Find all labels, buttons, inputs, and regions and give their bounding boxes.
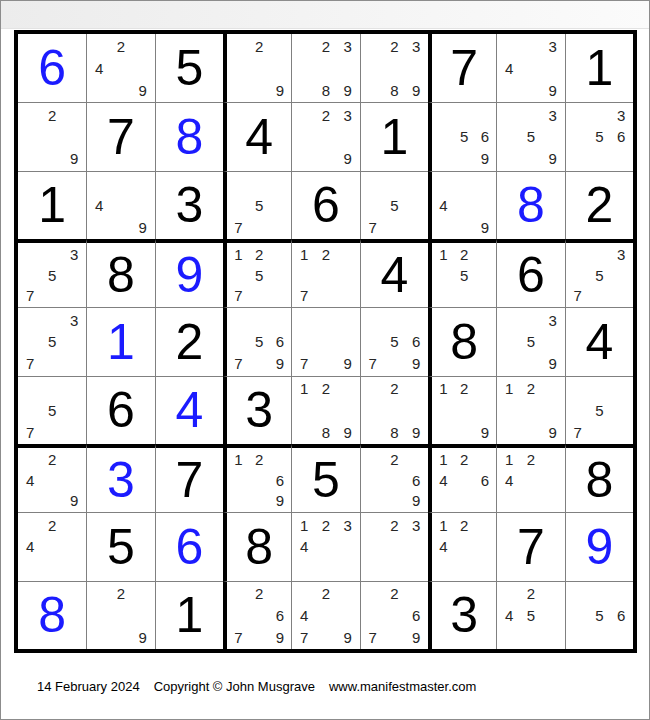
empty-candidate-slot <box>132 194 154 216</box>
empty-candidate-slot <box>498 148 520 170</box>
cell-r6c2[interactable]: 6 <box>86 376 154 444</box>
cell-r8c5[interactable]: 1234 <box>291 512 359 580</box>
empty-candidate-slot <box>567 126 589 148</box>
empty-candidate-slot <box>383 536 405 558</box>
cell-r8c6[interactable]: 23 <box>360 512 428 580</box>
empty-candidate-slot <box>41 491 63 512</box>
empty-candidate-slot <box>405 194 427 216</box>
empty-candidate-slot <box>41 126 63 148</box>
cell-r7c6[interactable]: 269 <box>360 444 428 512</box>
empty-candidate-slot <box>110 604 132 626</box>
cell-r7c3[interactable]: 7 <box>155 444 223 512</box>
candidate-digit: 2 <box>249 583 270 605</box>
cell-r3c7[interactable]: 49 <box>428 171 496 239</box>
empty-candidate-slot <box>228 194 249 216</box>
empty-candidate-slot <box>498 309 520 331</box>
cell-r4c3[interactable]: 9 <box>155 239 223 307</box>
cell-r2c6[interactable]: 1 <box>360 102 428 170</box>
given-digit: 1 <box>380 112 408 162</box>
cell-r3c1[interactable]: 1 <box>18 171 86 239</box>
empty-candidate-slot <box>542 331 564 353</box>
cell-r6c5[interactable]: 1289 <box>291 376 359 444</box>
candidate-digit: 1 <box>293 378 315 400</box>
candidate-digit: 9 <box>270 626 291 648</box>
empty-candidate-slot <box>315 286 337 307</box>
empty-candidate-slot <box>542 378 564 400</box>
candidate-digit: 9 <box>270 491 291 512</box>
empty-candidate-slot <box>520 35 542 57</box>
cell-r4c2[interactable]: 8 <box>86 239 154 307</box>
candidate-digit: 9 <box>270 79 291 101</box>
given-digit: 1 <box>585 43 613 93</box>
candidate-grid: 56 <box>567 583 632 648</box>
candidate-digit: 7 <box>228 286 249 307</box>
cell-r9c6[interactable]: 2679 <box>360 581 428 649</box>
candidate-digit: 9 <box>337 148 359 170</box>
candidate-digit: 2 <box>315 104 337 126</box>
empty-candidate-slot <box>542 57 564 79</box>
candidate-digit: 4 <box>19 470 41 491</box>
empty-candidate-slot <box>228 79 249 101</box>
empty-candidate-slot <box>315 604 337 626</box>
cell-r7c7[interactable]: 1246 <box>428 444 496 512</box>
empty-candidate-slot <box>383 626 405 648</box>
empty-candidate-slot <box>63 536 85 558</box>
empty-candidate-slot <box>498 626 520 648</box>
cell-r9c8[interactable]: 245 <box>496 581 564 649</box>
empty-candidate-slot <box>362 558 384 580</box>
cell-r4c1[interactable]: 357 <box>18 239 86 307</box>
empty-candidate-slot <box>454 491 475 512</box>
cell-r7c2[interactable]: 3 <box>86 444 154 512</box>
candidate-digit: 7 <box>293 626 315 648</box>
candidate-digit: 9 <box>542 353 564 375</box>
candidate-digit: 2 <box>520 378 542 400</box>
empty-candidate-slot <box>405 216 427 238</box>
candidate-digit: 5 <box>41 265 63 286</box>
candidate-digit: 5 <box>249 331 270 353</box>
candidate-digit: 2 <box>383 449 405 470</box>
cell-r8c8[interactable]: 7 <box>496 512 564 580</box>
cell-r1c3[interactable]: 5 <box>155 34 223 102</box>
empty-candidate-slot <box>433 148 454 170</box>
candidate-grid: 2389 <box>293 35 358 101</box>
empty-candidate-slot <box>19 399 41 421</box>
candidate-digit: 7 <box>362 626 384 648</box>
cell-r2c3[interactable]: 8 <box>155 102 223 170</box>
cell-r1c2[interactable]: 249 <box>86 34 154 102</box>
empty-candidate-slot <box>475 265 496 286</box>
cell-r5c4[interactable]: 5679 <box>223 307 291 375</box>
empty-candidate-slot <box>542 626 564 648</box>
cell-r2c9[interactable]: 356 <box>565 102 633 170</box>
empty-candidate-slot <box>405 57 427 79</box>
cell-r8c1[interactable]: 24 <box>18 512 86 580</box>
candidate-digit: 2 <box>383 514 405 536</box>
cell-r5c6[interactable]: 5679 <box>360 307 428 375</box>
empty-candidate-slot <box>567 104 589 126</box>
empty-candidate-slot <box>383 558 405 580</box>
footer-date: 14 February 2024 <box>37 679 140 694</box>
empty-candidate-slot <box>475 194 496 216</box>
empty-candidate-slot <box>293 35 315 57</box>
empty-candidate-slot <box>405 558 427 580</box>
empty-candidate-slot <box>249 57 270 79</box>
empty-candidate-slot <box>588 104 610 126</box>
cell-r6c6[interactable]: 289 <box>360 376 428 444</box>
candidate-grid: 2679 <box>228 583 290 648</box>
cell-r3c8[interactable]: 8 <box>496 171 564 239</box>
given-digit: 8 <box>585 455 613 505</box>
candidate-grid: 57 <box>362 173 427 238</box>
empty-candidate-slot <box>433 216 454 238</box>
candidate-digit: 9 <box>475 421 496 443</box>
cell-r4c8[interactable]: 6 <box>496 239 564 307</box>
empty-candidate-slot <box>498 491 520 512</box>
cell-r2c8[interactable]: 359 <box>496 102 564 170</box>
solved-digit: 3 <box>107 455 135 505</box>
cell-r1c1[interactable]: 6 <box>18 34 86 102</box>
cell-r3c9[interactable]: 2 <box>565 171 633 239</box>
candidate-digit: 4 <box>433 536 454 558</box>
candidate-digit: 7 <box>293 286 315 307</box>
candidate-digit: 1 <box>293 244 315 265</box>
candidate-digit: 2 <box>315 378 337 400</box>
empty-candidate-slot <box>270 216 291 238</box>
empty-candidate-slot <box>132 604 154 626</box>
candidate-grid: 1289 <box>293 378 358 443</box>
empty-candidate-slot <box>88 216 110 238</box>
empty-candidate-slot <box>362 470 384 491</box>
empty-candidate-slot <box>433 399 454 421</box>
candidate-digit: 8 <box>383 421 405 443</box>
candidate-digit: 5 <box>383 331 405 353</box>
empty-candidate-slot <box>337 309 359 331</box>
empty-candidate-slot <box>610 421 632 443</box>
cell-r8c4[interactable]: 8 <box>223 512 291 580</box>
cell-r5c3[interactable]: 2 <box>155 307 223 375</box>
cell-r9c5[interactable]: 2479 <box>291 581 359 649</box>
empty-candidate-slot <box>249 626 270 648</box>
candidate-digit: 9 <box>405 353 427 375</box>
cell-r3c6[interactable]: 57 <box>360 171 428 239</box>
empty-candidate-slot <box>63 558 85 580</box>
empty-candidate-slot <box>520 399 542 421</box>
empty-candidate-slot <box>520 353 542 375</box>
empty-candidate-slot <box>362 194 384 216</box>
empty-candidate-slot <box>337 286 359 307</box>
empty-candidate-slot <box>293 104 315 126</box>
candidate-grid: 1269 <box>228 449 290 511</box>
empty-candidate-slot <box>498 353 520 375</box>
candidate-grid: 29 <box>19 104 85 169</box>
candidate-digit: 3 <box>337 35 359 57</box>
candidate-grid: 23 <box>362 514 427 579</box>
empty-candidate-slot <box>249 79 270 101</box>
cell-r1c4[interactable]: 29 <box>223 34 291 102</box>
cell-r4c5[interactable]: 127 <box>291 239 359 307</box>
candidate-digit: 5 <box>520 126 542 148</box>
candidate-digit: 9 <box>475 148 496 170</box>
empty-candidate-slot <box>567 399 589 421</box>
empty-candidate-slot <box>63 353 85 375</box>
cell-r4c6[interactable]: 4 <box>360 239 428 307</box>
cell-r7c1[interactable]: 249 <box>18 444 86 512</box>
given-digit: 6 <box>107 385 135 435</box>
candidate-digit: 2 <box>315 514 337 536</box>
empty-candidate-slot <box>542 491 564 512</box>
cell-r8c7[interactable]: 124 <box>428 512 496 580</box>
candidate-grid: 125 <box>433 244 495 306</box>
cell-r1c5[interactable]: 2389 <box>291 34 359 102</box>
cell-r6c1[interactable]: 57 <box>18 376 86 444</box>
empty-candidate-slot <box>110 173 132 195</box>
cell-r5c1[interactable]: 357 <box>18 307 86 375</box>
empty-candidate-slot <box>362 421 384 443</box>
empty-candidate-slot <box>362 491 384 512</box>
cell-r2c5[interactable]: 239 <box>291 102 359 170</box>
candidate-digit: 3 <box>405 35 427 57</box>
candidate-digit: 4 <box>88 57 110 79</box>
empty-candidate-slot <box>88 79 110 101</box>
empty-candidate-slot <box>41 309 63 331</box>
candidate-digit: 1 <box>433 244 454 265</box>
candidate-grid: 249 <box>19 449 85 511</box>
cell-r4c4[interactable]: 1257 <box>223 239 291 307</box>
empty-candidate-slot <box>315 626 337 648</box>
given-digit: 3 <box>450 590 478 640</box>
empty-candidate-slot <box>588 244 610 265</box>
candidate-digit: 9 <box>63 491 85 512</box>
empty-candidate-slot <box>41 378 63 400</box>
cell-r5c2[interactable]: 1 <box>86 307 154 375</box>
candidate-grid: 1257 <box>228 244 290 306</box>
candidate-digit: 2 <box>315 244 337 265</box>
empty-candidate-slot <box>454 216 475 238</box>
empty-candidate-slot <box>433 491 454 512</box>
empty-candidate-slot <box>405 378 427 400</box>
candidate-digit: 6 <box>475 470 496 491</box>
cell-r7c5[interactable]: 5 <box>291 444 359 512</box>
cell-r8c2[interactable]: 5 <box>86 512 154 580</box>
empty-candidate-slot <box>362 449 384 470</box>
empty-candidate-slot <box>567 244 589 265</box>
empty-candidate-slot <box>315 126 337 148</box>
candidate-digit: 2 <box>41 514 63 536</box>
cell-r3c4[interactable]: 57 <box>223 171 291 239</box>
empty-candidate-slot <box>588 148 610 170</box>
empty-candidate-slot <box>383 353 405 375</box>
candidate-digit: 2 <box>249 244 270 265</box>
empty-candidate-slot <box>542 583 564 605</box>
cell-r6c4[interactable]: 3 <box>223 376 291 444</box>
empty-candidate-slot <box>588 583 610 605</box>
cell-r4c7[interactable]: 125 <box>428 239 496 307</box>
empty-candidate-slot <box>88 583 110 605</box>
cell-r8c9[interactable]: 9 <box>565 512 633 580</box>
candidate-digit: 9 <box>337 421 359 443</box>
cell-r4c9[interactable]: 357 <box>565 239 633 307</box>
cell-r7c9[interactable]: 8 <box>565 444 633 512</box>
empty-candidate-slot <box>362 399 384 421</box>
cell-r3c2[interactable]: 49 <box>86 171 154 239</box>
candidate-digit: 9 <box>405 421 427 443</box>
empty-candidate-slot <box>249 286 270 307</box>
empty-candidate-slot <box>270 583 291 605</box>
given-digit: 7 <box>450 43 478 93</box>
candidate-digit: 4 <box>498 604 520 626</box>
cell-r9c4[interactable]: 2679 <box>223 581 291 649</box>
candidate-digit: 7 <box>19 286 41 307</box>
cell-r7c8[interactable]: 124 <box>496 444 564 512</box>
empty-candidate-slot <box>475 536 496 558</box>
empty-candidate-slot <box>383 470 405 491</box>
empty-candidate-slot <box>520 421 542 443</box>
candidate-digit: 6 <box>270 331 291 353</box>
given-digit: 7 <box>175 455 203 505</box>
cell-r9c3[interactable]: 1 <box>155 581 223 649</box>
empty-candidate-slot <box>41 353 63 375</box>
given-digit: 6 <box>312 180 340 230</box>
empty-candidate-slot <box>610 399 632 421</box>
empty-candidate-slot <box>293 126 315 148</box>
solved-digit: 6 <box>38 43 66 93</box>
candidate-digit: 6 <box>610 604 632 626</box>
candidate-digit: 9 <box>132 79 154 101</box>
empty-candidate-slot <box>362 35 384 57</box>
solved-digit: 8 <box>175 112 203 162</box>
empty-candidate-slot <box>337 583 359 605</box>
empty-candidate-slot <box>362 331 384 353</box>
candidate-grid: 2479 <box>293 583 358 648</box>
candidate-digit: 1 <box>498 378 520 400</box>
cell-r1c7[interactable]: 7 <box>428 34 496 102</box>
empty-candidate-slot <box>63 265 85 286</box>
empty-candidate-slot <box>542 604 564 626</box>
cell-r3c5[interactable]: 6 <box>291 171 359 239</box>
candidate-grid: 129 <box>498 378 563 443</box>
empty-candidate-slot <box>110 57 132 79</box>
empty-candidate-slot <box>228 57 249 79</box>
candidate-digit: 9 <box>542 148 564 170</box>
cell-r6c9[interactable]: 57 <box>565 376 633 444</box>
cell-r3c3[interactable]: 3 <box>155 171 223 239</box>
cell-r1c6[interactable]: 2389 <box>360 34 428 102</box>
candidate-grid: 79 <box>293 309 358 374</box>
candidate-digit: 4 <box>293 604 315 626</box>
empty-candidate-slot <box>383 57 405 79</box>
given-digit: 7 <box>517 522 545 572</box>
cell-r1c8[interactable]: 349 <box>496 34 564 102</box>
empty-candidate-slot <box>337 558 359 580</box>
empty-candidate-slot <box>293 421 315 443</box>
sudoku-board[interactable]: 6249529238923897349129784239156935935614… <box>14 30 637 653</box>
footer-copyright: Copyright © John Musgrave <box>154 679 315 694</box>
candidate-digit: 2 <box>454 244 475 265</box>
cell-r5c5[interactable]: 79 <box>291 307 359 375</box>
empty-candidate-slot <box>610 148 632 170</box>
empty-candidate-slot <box>337 126 359 148</box>
cell-r6c8[interactable]: 129 <box>496 376 564 444</box>
empty-candidate-slot <box>520 626 542 648</box>
candidate-digit: 7 <box>293 353 315 375</box>
cell-r2c4[interactable]: 4 <box>223 102 291 170</box>
empty-candidate-slot <box>383 216 405 238</box>
candidate-grid: 239 <box>293 104 358 169</box>
candidate-digit: 9 <box>542 421 564 443</box>
cell-r6c3[interactable]: 4 <box>155 376 223 444</box>
empty-candidate-slot <box>454 536 475 558</box>
empty-candidate-slot <box>454 104 475 126</box>
candidate-grid: 569 <box>433 104 495 169</box>
cell-r5c9[interactable]: 4 <box>565 307 633 375</box>
given-digit: 8 <box>107 250 135 300</box>
candidate-grid: 124 <box>433 514 495 579</box>
candidate-digit: 5 <box>454 126 475 148</box>
candidate-grid: 359 <box>498 309 563 374</box>
empty-candidate-slot <box>337 244 359 265</box>
empty-candidate-slot <box>588 626 610 648</box>
candidate-digit: 2 <box>454 514 475 536</box>
empty-candidate-slot <box>315 353 337 375</box>
empty-candidate-slot <box>228 265 249 286</box>
given-digit: 5 <box>107 522 135 572</box>
candidate-digit: 2 <box>383 378 405 400</box>
cell-r2c7[interactable]: 569 <box>428 102 496 170</box>
candidate-digit: 7 <box>567 421 589 443</box>
cell-r9c9[interactable]: 56 <box>565 581 633 649</box>
candidate-digit: 4 <box>433 194 454 216</box>
cell-r5c8[interactable]: 359 <box>496 307 564 375</box>
candidate-digit: 3 <box>542 35 564 57</box>
empty-candidate-slot <box>293 309 315 331</box>
given-digit: 4 <box>245 112 273 162</box>
empty-candidate-slot <box>63 104 85 126</box>
empty-candidate-slot <box>41 536 63 558</box>
cell-r6c7[interactable]: 129 <box>428 376 496 444</box>
sudoku-app-window: 6249529238923897349129784239156935935614… <box>0 0 650 720</box>
empty-candidate-slot <box>63 378 85 400</box>
empty-candidate-slot <box>293 79 315 101</box>
empty-candidate-slot <box>110 194 132 216</box>
empty-candidate-slot <box>270 265 291 286</box>
empty-candidate-slot <box>41 244 63 265</box>
cell-r8c3[interactable]: 6 <box>155 512 223 580</box>
candidate-grid: 24 <box>19 514 85 579</box>
candidate-digit: 5 <box>383 194 405 216</box>
cell-r9c7[interactable]: 3 <box>428 581 496 649</box>
cell-r5c7[interactable]: 8 <box>428 307 496 375</box>
candidate-digit: 6 <box>270 604 291 626</box>
cell-r2c1[interactable]: 29 <box>18 102 86 170</box>
cell-r7c4[interactable]: 1269 <box>223 444 291 512</box>
cell-r9c2[interactable]: 29 <box>86 581 154 649</box>
empty-candidate-slot <box>228 491 249 512</box>
cell-r1c9[interactable]: 1 <box>565 34 633 102</box>
cell-r9c1[interactable]: 8 <box>18 581 86 649</box>
empty-candidate-slot <box>454 173 475 195</box>
solved-digit: 6 <box>175 522 203 572</box>
candidate-grid: 49 <box>433 173 495 238</box>
empty-candidate-slot <box>610 583 632 605</box>
empty-candidate-slot <box>88 604 110 626</box>
empty-candidate-slot <box>498 104 520 126</box>
candidate-digit: 3 <box>63 244 85 265</box>
cell-r2c2[interactable]: 7 <box>86 102 154 170</box>
given-digit: 8 <box>450 317 478 367</box>
empty-candidate-slot <box>567 583 589 605</box>
candidate-digit: 4 <box>498 470 520 491</box>
